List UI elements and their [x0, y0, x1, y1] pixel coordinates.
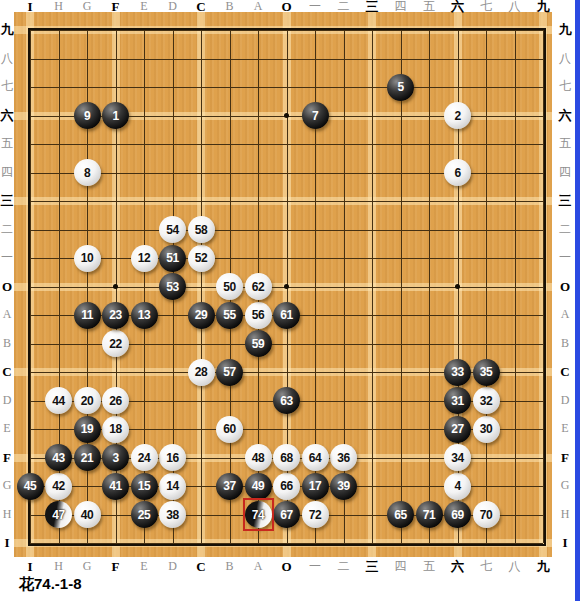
stone-13: 13: [131, 302, 158, 329]
stone-56: 56: [245, 302, 272, 329]
row-label-left: F: [0, 451, 14, 464]
col-label-bottom: 四: [391, 560, 411, 573]
col-label-bottom: F: [106, 560, 126, 573]
row-label-right: 三: [557, 194, 573, 207]
stone-6: 6: [444, 159, 471, 186]
star-point: [455, 284, 460, 289]
star-point: [113, 284, 118, 289]
row-label-left: G: [0, 479, 14, 492]
col-label-top: 二: [334, 0, 354, 13]
stone-63: 63: [273, 387, 300, 414]
row-label-right: 七: [557, 80, 573, 93]
stone-36: 36: [330, 444, 357, 471]
col-label-top: 四: [391, 0, 411, 13]
stone-5: 5: [387, 74, 414, 101]
stone-42: 42: [45, 473, 72, 500]
col-label-top: E: [134, 0, 154, 13]
stone-24: 24: [131, 444, 158, 471]
row-label-left: 九: [0, 23, 14, 36]
stone-69: 69: [444, 501, 471, 528]
col-label-bottom: B: [220, 560, 240, 573]
row-label-left: 五: [0, 137, 14, 150]
stone-70: 70: [473, 501, 500, 528]
col-label-bottom: 六: [448, 560, 468, 573]
stone-16: 16: [159, 444, 186, 471]
row-label-right: G: [557, 479, 573, 492]
stone-71: 71: [416, 501, 443, 528]
col-label-bottom: G: [77, 560, 97, 573]
stone-47: 47: [45, 501, 72, 528]
stone-8: 8: [74, 159, 101, 186]
stone-31: 31: [444, 387, 471, 414]
stone-43: 43: [45, 444, 72, 471]
col-label-bottom: 三: [362, 560, 382, 573]
stone-74: 74: [245, 501, 272, 528]
col-label-top: I: [20, 0, 40, 13]
row-label-left: 七: [0, 80, 14, 93]
stone-66: 66: [273, 473, 300, 500]
row-label-right: I: [557, 536, 573, 549]
row-label-right: H: [557, 508, 573, 521]
row-label-left: O: [0, 280, 14, 293]
col-label-top: G: [77, 0, 97, 13]
col-label-bottom: I: [20, 560, 40, 573]
stone-50: 50: [216, 273, 243, 300]
stone-72: 72: [302, 501, 329, 528]
row-label-left: B: [0, 337, 14, 350]
col-label-bottom: 二: [334, 560, 354, 573]
stone-38: 38: [159, 501, 186, 528]
stone-14: 14: [159, 473, 186, 500]
col-label-top: 五: [419, 0, 439, 13]
col-label-bottom: O: [277, 560, 297, 573]
window-edge: [575, 0, 580, 601]
row-label-right: 五: [557, 137, 573, 150]
col-label-bottom: E: [134, 560, 154, 573]
stone-41: 41: [102, 473, 129, 500]
stone-37: 37: [216, 473, 243, 500]
stone-20: 20: [74, 387, 101, 414]
stone-25: 25: [131, 501, 158, 528]
diagram-caption: 花74.-1-8: [19, 575, 82, 594]
col-label-top: C: [191, 0, 211, 13]
col-label-bottom: C: [191, 560, 211, 573]
row-label-right: 二: [557, 223, 573, 236]
row-label-right: A: [557, 308, 573, 321]
stone-33: 33: [444, 359, 471, 386]
row-label-left: 八: [0, 52, 14, 65]
stone-4: 4: [444, 473, 471, 500]
stone-2: 2: [444, 102, 471, 129]
stone-18: 18: [102, 416, 129, 443]
stone-40: 40: [74, 501, 101, 528]
col-label-top: O: [277, 0, 297, 13]
stone-32: 32: [473, 387, 500, 414]
stone-59: 59: [245, 330, 272, 357]
col-label-bottom: H: [49, 560, 69, 573]
row-label-right: 九: [557, 23, 573, 36]
row-label-right: C: [557, 365, 573, 378]
go-game-viewer: 1234567891011121314151617181920212223242…: [0, 0, 580, 601]
col-label-bottom: 七: [476, 560, 496, 573]
col-label-top: D: [163, 0, 183, 13]
col-label-top: A: [248, 0, 268, 13]
stone-1: 1: [102, 102, 129, 129]
stone-30: 30: [473, 416, 500, 443]
stone-28: 28: [188, 359, 215, 386]
row-label-left: 二: [0, 223, 14, 236]
row-label-right: 八: [557, 52, 573, 65]
stone-29: 29: [188, 302, 215, 329]
row-label-right: 四: [557, 166, 573, 179]
stone-39: 39: [330, 473, 357, 500]
row-label-right: D: [557, 394, 573, 407]
stone-27: 27: [444, 416, 471, 443]
row-label-left: A: [0, 308, 14, 321]
col-label-top: 八: [505, 0, 525, 13]
col-label-top: 六: [448, 0, 468, 13]
col-label-top: F: [106, 0, 126, 13]
row-label-right: B: [557, 337, 573, 350]
stone-7: 7: [302, 102, 329, 129]
stone-57: 57: [216, 359, 243, 386]
row-label-left: E: [0, 422, 14, 435]
stone-34: 34: [444, 444, 471, 471]
col-label-bottom: D: [163, 560, 183, 573]
stone-11: 11: [74, 302, 101, 329]
col-label-top: 一: [305, 0, 325, 13]
stone-3: 3: [102, 444, 129, 471]
col-label-top: B: [220, 0, 240, 13]
row-label-left: 四: [0, 166, 14, 179]
star-point: [284, 284, 289, 289]
col-label-top: 九: [533, 0, 553, 13]
stone-10: 10: [74, 245, 101, 272]
stone-67: 67: [273, 501, 300, 528]
col-label-bottom: 一: [305, 560, 325, 573]
row-label-right: O: [557, 280, 573, 293]
row-label-left: D: [0, 394, 14, 407]
stone-45: 45: [17, 473, 44, 500]
stone-17: 17: [302, 473, 329, 500]
go-board[interactable]: 1234567891011121314151617181920212223242…: [14, 12, 552, 557]
row-label-left: 三: [0, 194, 14, 207]
row-label-left: 六: [0, 109, 14, 122]
stone-68: 68: [273, 444, 300, 471]
stone-61: 61: [273, 302, 300, 329]
col-label-top: H: [49, 0, 69, 13]
row-label-right: 六: [557, 109, 573, 122]
col-label-top: 七: [476, 0, 496, 13]
stone-49: 49: [245, 473, 272, 500]
stone-44: 44: [45, 387, 72, 414]
stone-9: 9: [74, 102, 101, 129]
stone-60: 60: [216, 416, 243, 443]
star-point: [284, 113, 289, 118]
stone-22: 22: [102, 330, 129, 357]
stone-23: 23: [102, 302, 129, 329]
stone-62: 62: [245, 273, 272, 300]
row-label-left: 一: [0, 251, 14, 264]
row-label-left: H: [0, 508, 14, 521]
stone-52: 52: [188, 245, 215, 272]
row-label-left: I: [0, 536, 14, 549]
stone-12: 12: [131, 245, 158, 272]
col-label-bottom: 五: [419, 560, 439, 573]
stone-55: 55: [216, 302, 243, 329]
row-label-right: F: [557, 451, 573, 464]
stone-26: 26: [102, 387, 129, 414]
stone-48: 48: [245, 444, 272, 471]
col-label-top: 三: [362, 0, 382, 13]
stone-64: 64: [302, 444, 329, 471]
col-label-bottom: A: [248, 560, 268, 573]
stone-21: 21: [74, 444, 101, 471]
stone-15: 15: [131, 473, 158, 500]
stone-53: 53: [159, 273, 186, 300]
col-label-bottom: 八: [505, 560, 525, 573]
stone-65: 65: [387, 501, 414, 528]
row-label-right: E: [557, 422, 573, 435]
stone-58: 58: [188, 216, 215, 243]
row-label-left: C: [0, 365, 14, 378]
col-label-bottom: 九: [533, 560, 553, 573]
stone-51: 51: [159, 245, 186, 272]
row-label-right: 一: [557, 251, 573, 264]
stone-35: 35: [473, 359, 500, 386]
stone-54: 54: [159, 216, 186, 243]
stone-19: 19: [74, 416, 101, 443]
